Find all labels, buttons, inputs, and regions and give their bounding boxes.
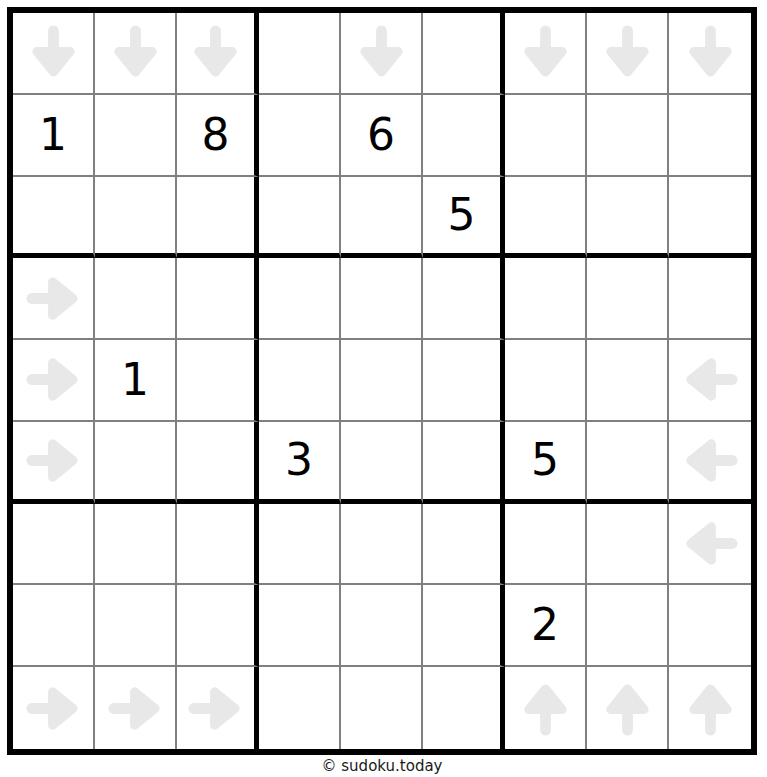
given-digit: 5 — [448, 193, 476, 237]
arrow-left-icon — [682, 515, 739, 572]
arrow-down-icon — [25, 24, 82, 81]
cell-r2c1[interactable]: 1 — [13, 95, 95, 177]
cell-r4c5[interactable] — [341, 258, 423, 340]
cell-r7c3[interactable] — [177, 504, 259, 586]
cell-r1c4[interactable] — [259, 13, 341, 95]
cell-r3c4[interactable] — [259, 177, 341, 259]
cell-r7c6[interactable] — [423, 504, 505, 586]
cell-r5c6[interactable] — [423, 340, 505, 422]
arrow-left-icon — [682, 351, 739, 408]
cell-r5c5[interactable] — [341, 340, 423, 422]
cell-r7c4[interactable] — [259, 504, 341, 586]
cell-r7c5[interactable] — [341, 504, 423, 586]
cell-r6c7[interactable]: 5 — [505, 422, 587, 504]
cell-r9c1[interactable] — [13, 667, 95, 749]
cell-r3c9[interactable] — [669, 177, 751, 259]
cell-r8c1[interactable] — [13, 585, 95, 667]
cell-r2c6[interactable] — [423, 95, 505, 177]
cell-r6c4[interactable]: 3 — [259, 422, 341, 504]
cell-r3c1[interactable] — [13, 177, 95, 259]
cell-r1c2[interactable] — [95, 13, 177, 95]
cell-r1c6[interactable] — [423, 13, 505, 95]
cell-r1c1[interactable] — [13, 13, 95, 95]
cell-r5c3[interactable] — [177, 340, 259, 422]
cell-r2c9[interactable] — [669, 95, 751, 177]
cell-r9c2[interactable] — [95, 667, 177, 749]
arrow-down-icon — [353, 24, 410, 81]
arrow-up-icon — [599, 680, 656, 737]
cell-r7c9[interactable] — [669, 504, 751, 586]
cell-r2c5[interactable]: 6 — [341, 95, 423, 177]
given-digit: 5 — [531, 438, 559, 482]
cell-r9c3[interactable] — [177, 667, 259, 749]
cell-r4c6[interactable] — [423, 258, 505, 340]
arrow-down-icon — [107, 24, 164, 81]
cell-r4c3[interactable] — [177, 258, 259, 340]
cell-r9c7[interactable] — [505, 667, 587, 749]
cell-r5c4[interactable] — [259, 340, 341, 422]
cell-r8c4[interactable] — [259, 585, 341, 667]
cell-r1c5[interactable] — [341, 13, 423, 95]
given-digit: 1 — [121, 358, 149, 402]
cell-r5c2[interactable]: 1 — [95, 340, 177, 422]
cell-r2c7[interactable] — [505, 95, 587, 177]
copyright-text: © sudoku.today — [7, 757, 757, 775]
arrow-left-icon — [682, 432, 739, 489]
cell-r7c7[interactable] — [505, 504, 587, 586]
cell-r8c5[interactable] — [341, 585, 423, 667]
arrow-right-icon — [25, 432, 82, 489]
cell-r1c7[interactable] — [505, 13, 587, 95]
arrow-down-icon — [599, 24, 656, 81]
cell-r1c8[interactable] — [587, 13, 669, 95]
cell-r9c5[interactable] — [341, 667, 423, 749]
sudoku-board: 18651352 — [7, 7, 757, 755]
arrow-right-icon — [25, 351, 82, 408]
arrow-right-icon — [25, 270, 82, 327]
given-digit: 3 — [285, 438, 313, 482]
cell-r9c6[interactable] — [423, 667, 505, 749]
cell-r4c2[interactable] — [95, 258, 177, 340]
cell-r6c2[interactable] — [95, 422, 177, 504]
cell-r4c9[interactable] — [669, 258, 751, 340]
arrow-right-icon — [107, 680, 164, 737]
cell-r3c6[interactable]: 5 — [423, 177, 505, 259]
cell-r2c4[interactable] — [259, 95, 341, 177]
cell-r9c8[interactable] — [587, 667, 669, 749]
cell-r4c1[interactable] — [13, 258, 95, 340]
cell-r1c9[interactable] — [669, 13, 751, 95]
cell-r3c3[interactable] — [177, 177, 259, 259]
cell-r5c9[interactable] — [669, 340, 751, 422]
cell-r2c3[interactable]: 8 — [177, 95, 259, 177]
arrow-down-icon — [682, 24, 739, 81]
cell-r3c7[interactable] — [505, 177, 587, 259]
cell-r8c8[interactable] — [587, 585, 669, 667]
arrow-right-icon — [187, 680, 244, 737]
cell-r3c8[interactable] — [587, 177, 669, 259]
cell-r6c8[interactable] — [587, 422, 669, 504]
cell-r6c6[interactable] — [423, 422, 505, 504]
given-digit: 2 — [531, 603, 559, 647]
cell-r7c1[interactable] — [13, 504, 95, 586]
cell-r4c8[interactable] — [587, 258, 669, 340]
cell-r3c5[interactable] — [341, 177, 423, 259]
cell-r2c2[interactable] — [95, 95, 177, 177]
cell-r8c3[interactable] — [177, 585, 259, 667]
given-digit: 6 — [367, 113, 395, 157]
cell-r5c1[interactable] — [13, 340, 95, 422]
arrow-right-icon — [25, 680, 82, 737]
arrow-up-icon — [682, 680, 739, 737]
cell-r9c9[interactable] — [669, 667, 751, 749]
cell-r5c8[interactable] — [587, 340, 669, 422]
board-grid: 18651352 — [13, 13, 751, 749]
cell-r6c3[interactable] — [177, 422, 259, 504]
cell-r8c7[interactable]: 2 — [505, 585, 587, 667]
cell-r6c9[interactable] — [669, 422, 751, 504]
arrow-down-icon — [187, 24, 244, 81]
cell-r6c5[interactable] — [341, 422, 423, 504]
cell-r3c2[interactable] — [95, 177, 177, 259]
cell-r7c8[interactable] — [587, 504, 669, 586]
given-digit: 1 — [39, 113, 67, 157]
cell-r2c8[interactable] — [587, 95, 669, 177]
cell-r5c7[interactable] — [505, 340, 587, 422]
cell-r8c2[interactable] — [95, 585, 177, 667]
cell-r1c3[interactable] — [177, 13, 259, 95]
arrow-up-icon — [517, 680, 574, 737]
arrow-down-icon — [517, 24, 574, 81]
cell-r6c1[interactable] — [13, 422, 95, 504]
given-digit: 8 — [202, 113, 230, 157]
cell-r8c6[interactable] — [423, 585, 505, 667]
cell-r8c9[interactable] — [669, 585, 751, 667]
cell-r4c7[interactable] — [505, 258, 587, 340]
cell-r9c4[interactable] — [259, 667, 341, 749]
cell-r7c2[interactable] — [95, 504, 177, 586]
cell-r4c4[interactable] — [259, 258, 341, 340]
